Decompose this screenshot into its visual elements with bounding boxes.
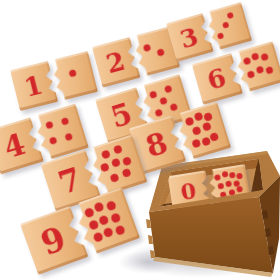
dot bbox=[60, 117, 69, 126]
dot bbox=[83, 207, 95, 219]
dot bbox=[192, 126, 202, 136]
dot bbox=[109, 173, 119, 183]
dot bbox=[164, 85, 173, 94]
dot bbox=[88, 219, 100, 231]
dots-half bbox=[204, 2, 252, 51]
dot bbox=[184, 116, 194, 126]
numeral: 3 bbox=[177, 23, 202, 52]
numeral-half: 6 bbox=[192, 53, 243, 105]
dot bbox=[122, 156, 132, 166]
numeral: 9 bbox=[37, 221, 72, 261]
dot bbox=[110, 158, 120, 168]
numeral: 2 bbox=[103, 47, 129, 77]
dot bbox=[110, 212, 122, 224]
numeral-half: 2 bbox=[92, 37, 141, 88]
dot bbox=[193, 111, 203, 121]
dot bbox=[247, 70, 256, 79]
dot bbox=[201, 136, 211, 146]
numeral: 7 bbox=[55, 162, 87, 199]
dot bbox=[227, 11, 234, 18]
dot bbox=[98, 214, 110, 226]
numeral-half: 9 bbox=[20, 206, 88, 275]
box-finger-joint bbox=[268, 246, 274, 255]
dot bbox=[142, 44, 151, 53]
dot bbox=[68, 70, 76, 78]
dot bbox=[64, 133, 73, 142]
dot bbox=[100, 162, 110, 172]
dot bbox=[113, 144, 123, 154]
numeral-half: 4 bbox=[0, 117, 44, 174]
dot bbox=[114, 224, 126, 236]
dot bbox=[45, 121, 54, 130]
dot bbox=[49, 137, 58, 146]
dot bbox=[170, 103, 179, 112]
dot bbox=[265, 66, 274, 75]
dot bbox=[255, 66, 264, 75]
numeral: 4 bbox=[1, 129, 31, 163]
dot bbox=[217, 32, 224, 39]
dot bbox=[94, 201, 106, 213]
dot bbox=[103, 226, 115, 238]
dot bbox=[203, 111, 213, 121]
dots-half bbox=[50, 51, 98, 101]
box-finger-joint bbox=[265, 228, 271, 237]
dot bbox=[122, 168, 132, 178]
dot bbox=[251, 52, 260, 61]
dot bbox=[202, 122, 212, 132]
dot bbox=[156, 48, 165, 57]
dot bbox=[106, 200, 118, 212]
numeral-half: 1 bbox=[10, 61, 58, 111]
scene: 1236458790 bbox=[0, 0, 280, 280]
numeral: 1 bbox=[21, 71, 46, 101]
dot bbox=[191, 138, 201, 148]
dot bbox=[222, 22, 229, 29]
dot bbox=[159, 97, 168, 106]
box-finger-joint bbox=[262, 210, 268, 219]
dot bbox=[155, 109, 164, 118]
dot bbox=[260, 52, 269, 61]
dot bbox=[209, 131, 219, 141]
numeral: 8 bbox=[142, 127, 172, 162]
puzzle-piece-1[interactable]: 1 bbox=[10, 51, 98, 111]
dot bbox=[92, 231, 104, 243]
dot bbox=[242, 57, 251, 66]
dot bbox=[149, 90, 158, 99]
numeral: 6 bbox=[204, 64, 230, 94]
dot bbox=[101, 149, 111, 159]
